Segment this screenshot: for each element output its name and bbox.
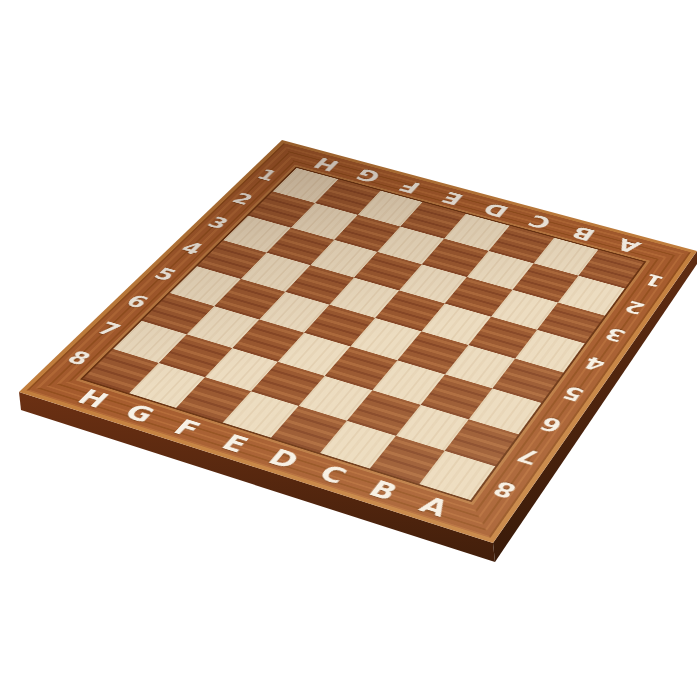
rank-label-right-5: 5 — [558, 383, 587, 404]
chessboard-product-photo: HHGGFFEEDDCCBBAA1122334455667788 — [0, 0, 700, 700]
playing-field — [76, 165, 651, 505]
file-label-top-A: A — [613, 235, 644, 255]
file-label-bottom-C: C — [315, 461, 352, 487]
chess-board: HHGGFFEEDDCCBBAA1122334455667788 — [19, 140, 697, 543]
rank-label-right-3: 3 — [601, 325, 629, 345]
file-label-top-H: H — [310, 155, 343, 174]
field-inlay-line — [80, 167, 646, 503]
file-label-top-D: D — [480, 200, 513, 220]
file-label-bottom-G: G — [120, 401, 160, 426]
file-label-top-F: F — [396, 177, 425, 195]
file-label-bottom-H: H — [73, 386, 113, 411]
squares-grid — [83, 168, 644, 500]
file-label-top-E: E — [438, 189, 467, 207]
file-label-bottom-A: A — [415, 493, 453, 520]
file-label-bottom-D: D — [264, 446, 304, 473]
rank-label-right-4: 4 — [580, 354, 608, 374]
rank-label-right-2: 2 — [621, 298, 648, 317]
file-label-top-C: C — [525, 212, 555, 231]
rank-label-right-7: 7 — [513, 445, 544, 468]
file-label-bottom-F: F — [169, 416, 205, 440]
file-label-top-B: B — [569, 223, 600, 243]
file-label-top-G: G — [352, 166, 385, 185]
file-label-bottom-B: B — [364, 477, 402, 504]
file-label-bottom-E: E — [217, 431, 253, 456]
board-frame: HHGGFFEEDDCCBBAA1122334455667788 — [26, 143, 690, 538]
rank-label-right-6: 6 — [536, 414, 566, 436]
rank-label-right-1: 1 — [640, 271, 667, 289]
rank-label-right-8: 8 — [489, 478, 520, 501]
